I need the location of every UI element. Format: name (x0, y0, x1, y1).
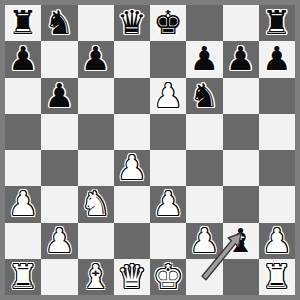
square-c2[interactable] (78, 223, 114, 259)
square-f4[interactable] (186, 150, 222, 186)
piece-black-knight[interactable]: ♞ (45, 5, 75, 41)
square-e4[interactable] (150, 150, 186, 186)
square-b3[interactable] (41, 186, 77, 222)
piece-black-rook[interactable]: ♜ (8, 5, 38, 41)
square-b5[interactable] (41, 114, 77, 150)
square-e2[interactable] (150, 223, 186, 259)
square-d1[interactable]: ♛ (114, 259, 150, 295)
piece-white-rook[interactable]: ♜ (8, 259, 38, 295)
square-e5[interactable] (150, 114, 186, 150)
square-a7[interactable]: ♟ (5, 41, 41, 77)
piece-white-pawn[interactable]: ♟ (117, 150, 147, 186)
piece-white-pawn[interactable]: ♟ (262, 223, 292, 259)
square-a6[interactable] (5, 78, 41, 114)
square-f6[interactable]: ♞ (186, 78, 222, 114)
square-g4[interactable] (223, 150, 259, 186)
piece-white-bishop[interactable]: ♝ (81, 259, 111, 295)
square-g7[interactable]: ♟ (223, 41, 259, 77)
piece-white-pawn[interactable]: ♟ (190, 223, 220, 259)
square-b4[interactable] (41, 150, 77, 186)
square-f2[interactable]: ♟ (186, 223, 222, 259)
square-b1[interactable] (41, 259, 77, 295)
square-c8[interactable] (78, 5, 114, 41)
square-d4[interactable]: ♟ (114, 150, 150, 186)
square-h4[interactable] (259, 150, 295, 186)
piece-black-pawn[interactable]: ♟ (262, 41, 292, 77)
piece-black-bishop[interactable]: ♝ (226, 223, 256, 259)
square-h8[interactable]: ♜ (259, 5, 295, 41)
square-c7[interactable]: ♟ (78, 41, 114, 77)
square-a5[interactable] (5, 114, 41, 150)
square-h1[interactable]: ♜ (259, 259, 295, 295)
square-g8[interactable] (223, 5, 259, 41)
piece-black-queen[interactable]: ♛ (117, 5, 147, 41)
piece-white-rook[interactable]: ♜ (262, 259, 292, 295)
piece-black-pawn[interactable]: ♟ (190, 41, 220, 77)
square-g6[interactable] (223, 78, 259, 114)
square-b7[interactable] (41, 41, 77, 77)
piece-black-pawn[interactable]: ♟ (226, 41, 256, 77)
square-f1[interactable] (186, 259, 222, 295)
piece-black-pawn[interactable]: ♟ (45, 78, 75, 114)
square-d6[interactable] (114, 78, 150, 114)
piece-black-pawn[interactable]: ♟ (81, 41, 111, 77)
square-f5[interactable] (186, 114, 222, 150)
square-c1[interactable]: ♝ (78, 259, 114, 295)
piece-white-pawn[interactable]: ♟ (45, 223, 75, 259)
square-g5[interactable] (223, 114, 259, 150)
square-f3[interactable] (186, 186, 222, 222)
square-h5[interactable] (259, 114, 295, 150)
square-c3[interactable]: ♞ (78, 186, 114, 222)
square-h6[interactable] (259, 78, 295, 114)
piece-black-pawn[interactable]: ♟ (8, 41, 38, 77)
square-c6[interactable] (78, 78, 114, 114)
square-a3[interactable]: ♟ (5, 186, 41, 222)
square-d8[interactable]: ♛ (114, 5, 150, 41)
square-h2[interactable]: ♟ (259, 223, 295, 259)
square-c4[interactable] (78, 150, 114, 186)
square-d2[interactable] (114, 223, 150, 259)
square-a4[interactable] (5, 150, 41, 186)
piece-white-queen[interactable]: ♛ (117, 259, 147, 295)
square-b8[interactable]: ♞ (41, 5, 77, 41)
square-b2[interactable]: ♟ (41, 223, 77, 259)
square-f8[interactable] (186, 5, 222, 41)
chessboard-frame: ♜♞♛♚♜♟♟♟♟♟♟♟♞♟♟♞♟♟♟♝♟♜♝♛♚♜ (0, 0, 300, 300)
square-a8[interactable]: ♜ (5, 5, 41, 41)
square-g3[interactable] (223, 186, 259, 222)
piece-white-pawn[interactable]: ♟ (153, 186, 183, 222)
piece-black-king[interactable]: ♚ (153, 5, 183, 41)
piece-white-pawn[interactable]: ♟ (8, 186, 38, 222)
piece-white-knight[interactable]: ♞ (81, 186, 111, 222)
square-a2[interactable] (5, 223, 41, 259)
piece-white-king[interactable]: ♚ (153, 259, 183, 295)
square-d7[interactable] (114, 41, 150, 77)
square-e3[interactable]: ♟ (150, 186, 186, 222)
square-d5[interactable] (114, 114, 150, 150)
square-f7[interactable]: ♟ (186, 41, 222, 77)
square-a1[interactable]: ♜ (5, 259, 41, 295)
square-e8[interactable]: ♚ (150, 5, 186, 41)
square-c5[interactable] (78, 114, 114, 150)
square-g1[interactable] (223, 259, 259, 295)
square-e7[interactable] (150, 41, 186, 77)
square-e6[interactable]: ♟ (150, 78, 186, 114)
piece-black-rook[interactable]: ♜ (262, 5, 292, 41)
square-d3[interactable] (114, 186, 150, 222)
square-e1[interactable]: ♚ (150, 259, 186, 295)
piece-white-pawn[interactable]: ♟ (153, 78, 183, 114)
square-h7[interactable]: ♟ (259, 41, 295, 77)
chess-board: ♜♞♛♚♜♟♟♟♟♟♟♟♞♟♟♞♟♟♟♝♟♜♝♛♚♜ (5, 5, 295, 295)
square-g2[interactable]: ♝ (223, 223, 259, 259)
square-b6[interactable]: ♟ (41, 78, 77, 114)
square-h3[interactable] (259, 186, 295, 222)
piece-black-knight[interactable]: ♞ (190, 78, 220, 114)
